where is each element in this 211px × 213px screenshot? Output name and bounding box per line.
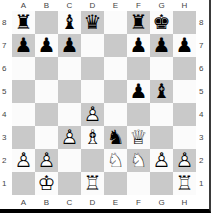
square-a8[interactable]: ♜	[12, 11, 35, 34]
white-pawn[interactable]: ♟♙	[58, 126, 81, 149]
square-c2[interactable]	[58, 149, 81, 172]
square-g8[interactable]: ♚	[150, 11, 173, 34]
square-d8[interactable]: ♛	[81, 11, 104, 34]
rank-label-right-8: 8	[196, 11, 209, 34]
rank-label-left-1: 1	[0, 172, 12, 195]
white-pawn-outline: ♙	[12, 149, 35, 172]
square-c1[interactable]	[58, 172, 81, 195]
white-pawn-outline: ♙	[35, 149, 58, 172]
square-d7[interactable]	[81, 34, 104, 57]
black-pawn[interactable]: ♟	[58, 34, 81, 57]
board-corner-bottom-left	[0, 195, 12, 209]
square-e6[interactable]	[104, 57, 127, 80]
chess-board[interactable]: ABCDEFGH8♜♝♛♜♚87♟♟♟♟♟♟7665♟♝54♟♙43♟♙♝♗♞♛…	[0, 0, 209, 209]
square-g1[interactable]	[150, 172, 173, 195]
square-b2[interactable]: ♟♙	[35, 149, 58, 172]
rank-label-left-4: 4	[0, 103, 12, 126]
white-pawn-outline: ♙	[173, 149, 196, 172]
rank-label-right-6: 6	[196, 57, 209, 80]
rank-label-right-7: 7	[196, 34, 209, 57]
square-e8[interactable]	[104, 11, 127, 34]
square-b4[interactable]	[35, 103, 58, 126]
square-g5[interactable]: ♝	[150, 80, 173, 103]
square-a2[interactable]: ♟♙	[12, 149, 35, 172]
white-queen[interactable]: ♛♕	[127, 126, 150, 149]
file-label-bottom-e: E	[104, 195, 127, 209]
black-rook[interactable]: ♜	[12, 11, 35, 34]
square-d1[interactable]: ♜♖	[81, 172, 104, 195]
square-c3[interactable]: ♟♙	[58, 126, 81, 149]
square-d2[interactable]	[81, 149, 104, 172]
rank-label-right-4: 4	[196, 103, 209, 126]
white-pawn-outline: ♙	[81, 103, 104, 126]
square-d6[interactable]	[81, 57, 104, 80]
black-pawn-glyph: ♟	[35, 34, 58, 57]
white-pawn[interactable]: ♟♙	[12, 149, 35, 172]
file-label-bottom-g: G	[150, 195, 173, 209]
white-king-outline: ♔	[35, 172, 58, 195]
square-h5[interactable]	[173, 80, 196, 103]
square-d5[interactable]	[81, 80, 104, 103]
square-c6[interactable]	[58, 57, 81, 80]
rank-label-left-3: 3	[0, 126, 12, 149]
black-rook-glyph: ♜	[127, 11, 150, 34]
square-h4[interactable]	[173, 103, 196, 126]
black-queen-glyph: ♛	[81, 11, 104, 34]
white-pawn[interactable]: ♟♙	[150, 149, 173, 172]
square-b5[interactable]	[35, 80, 58, 103]
file-label-top-b: B	[35, 0, 58, 11]
black-bishop-glyph: ♝	[150, 80, 173, 103]
black-pawn[interactable]: ♟	[150, 34, 173, 57]
white-knight-outline: ♘	[104, 149, 127, 172]
rank-label-right-5: 5	[196, 80, 209, 103]
white-pawn-outline: ♙	[150, 149, 173, 172]
square-e2[interactable]: ♞♘	[104, 149, 127, 172]
black-knight-glyph: ♞	[104, 126, 127, 149]
square-f4[interactable]	[127, 103, 150, 126]
black-pawn[interactable]: ♟	[127, 34, 150, 57]
file-label-bottom-b: B	[35, 195, 58, 209]
board-corner-top-left	[0, 0, 12, 11]
file-label-bottom-a: A	[12, 195, 35, 209]
file-label-bottom-d: D	[81, 195, 104, 209]
black-pawn[interactable]: ♟	[173, 34, 196, 57]
file-label-top-h: H	[173, 0, 196, 11]
black-pawn-glyph: ♟	[127, 34, 150, 57]
square-g3[interactable]	[150, 126, 173, 149]
black-pawn-glyph: ♟	[58, 34, 81, 57]
rank-label-left-7: 7	[0, 34, 12, 57]
white-pawn-outline: ♙	[58, 126, 81, 149]
white-pawn[interactable]: ♟♙	[81, 103, 104, 126]
black-bishop[interactable]: ♝	[58, 11, 81, 34]
black-king-glyph: ♚	[150, 11, 173, 34]
black-knight[interactable]: ♞	[104, 126, 127, 149]
square-d4[interactable]: ♟♙	[81, 103, 104, 126]
rank-label-left-8: 8	[0, 11, 12, 34]
square-e7[interactable]	[104, 34, 127, 57]
white-rook-outline: ♖	[173, 172, 196, 195]
black-pawn[interactable]: ♟	[35, 34, 58, 57]
square-a7[interactable]: ♟	[12, 34, 35, 57]
square-h1[interactable]: ♜♖	[173, 172, 196, 195]
file-label-bottom-h: H	[173, 195, 196, 209]
white-bishop-outline: ♗	[81, 126, 104, 149]
black-pawn[interactable]: ♟	[12, 34, 35, 57]
rank-label-left-2: 2	[0, 149, 12, 172]
rank-label-right-3: 3	[196, 126, 209, 149]
square-f5[interactable]: ♟	[127, 80, 150, 103]
square-b3[interactable]	[35, 126, 58, 149]
square-a3[interactable]	[12, 126, 35, 149]
rank-label-right-2: 2	[196, 149, 209, 172]
white-king[interactable]: ♚♔	[35, 172, 58, 195]
file-label-bottom-f: F	[127, 195, 150, 209]
black-pawn-glyph: ♟	[12, 34, 35, 57]
black-king[interactable]: ♚	[150, 11, 173, 34]
square-a5[interactable]	[12, 80, 35, 103]
black-bishop[interactable]: ♝	[150, 80, 173, 103]
square-c5[interactable]	[58, 80, 81, 103]
white-bishop[interactable]: ♝♗	[81, 126, 104, 149]
square-c4[interactable]	[58, 103, 81, 126]
black-pawn[interactable]: ♟	[127, 80, 150, 103]
square-e4[interactable]	[104, 103, 127, 126]
square-h7[interactable]: ♟	[173, 34, 196, 57]
square-b7[interactable]: ♟	[35, 34, 58, 57]
black-queen[interactable]: ♛	[81, 11, 104, 34]
board-corner-bottom-right	[196, 195, 209, 209]
square-f7[interactable]: ♟	[127, 34, 150, 57]
black-rook[interactable]: ♜	[127, 11, 150, 34]
square-e5[interactable]	[104, 80, 127, 103]
white-knight[interactable]: ♞♘	[127, 149, 150, 172]
square-f1[interactable]	[127, 172, 150, 195]
square-g4[interactable]	[150, 103, 173, 126]
white-rook[interactable]: ♜♖	[173, 172, 196, 195]
square-d3[interactable]: ♝♗	[81, 126, 104, 149]
white-rook[interactable]: ♜♖	[81, 172, 104, 195]
square-f3[interactable]: ♛♕	[127, 126, 150, 149]
white-knight[interactable]: ♞♘	[104, 149, 127, 172]
board-corner-top-right	[196, 0, 209, 11]
file-label-bottom-c: C	[58, 195, 81, 209]
black-pawn-glyph: ♟	[127, 80, 150, 103]
square-f2[interactable]: ♞♘	[127, 149, 150, 172]
file-label-top-e: E	[104, 0, 127, 11]
square-c7[interactable]: ♟	[58, 34, 81, 57]
square-h2[interactable]: ♟♙	[173, 149, 196, 172]
square-h6[interactable]	[173, 57, 196, 80]
square-e3[interactable]: ♞	[104, 126, 127, 149]
square-g7[interactable]: ♟	[150, 34, 173, 57]
rank-label-left-6: 6	[0, 57, 12, 80]
square-g6[interactable]	[150, 57, 173, 80]
square-f8[interactable]: ♜	[127, 11, 150, 34]
black-bishop-glyph: ♝	[58, 11, 81, 34]
black-rook-glyph: ♜	[12, 11, 35, 34]
square-b1[interactable]: ♚♔	[35, 172, 58, 195]
square-a6[interactable]	[12, 57, 35, 80]
white-queen-outline: ♕	[127, 126, 150, 149]
white-knight-outline: ♘	[127, 149, 150, 172]
white-pawn[interactable]: ♟♙	[35, 149, 58, 172]
square-b6[interactable]	[35, 57, 58, 80]
square-h8[interactable]	[173, 11, 196, 34]
square-a1[interactable]	[12, 172, 35, 195]
white-rook-outline: ♖	[81, 172, 104, 195]
rank-label-left-5: 5	[0, 80, 12, 103]
square-b8[interactable]	[35, 11, 58, 34]
rank-label-right-1: 1	[196, 172, 209, 195]
square-a4[interactable]	[12, 103, 35, 126]
black-pawn-glyph: ♟	[173, 34, 196, 57]
white-pawn[interactable]: ♟♙	[173, 149, 196, 172]
square-e1[interactable]	[104, 172, 127, 195]
chess-application-window: ABCDEFGH8♜♝♛♜♚87♟♟♟♟♟♟7665♟♝54♟♙43♟♙♝♗♞♛…	[0, 0, 211, 213]
square-c8[interactable]: ♝	[58, 11, 81, 34]
square-f6[interactable]	[127, 57, 150, 80]
black-pawn-glyph: ♟	[150, 34, 173, 57]
square-h3[interactable]	[173, 126, 196, 149]
square-g2[interactable]: ♟♙	[150, 149, 173, 172]
